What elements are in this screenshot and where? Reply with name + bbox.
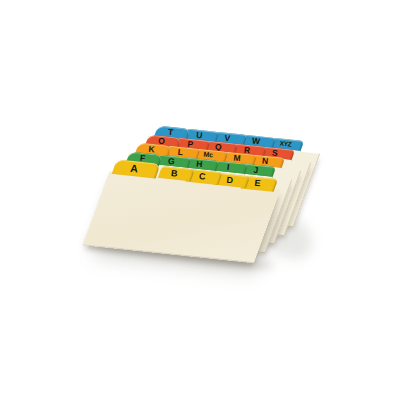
tab-letter: B xyxy=(159,165,189,180)
product-photo: T U V W XYZ O P Q R S K L Mc M N F G H I… xyxy=(0,0,400,400)
guide-row-a-e: A B C D E xyxy=(72,159,333,298)
